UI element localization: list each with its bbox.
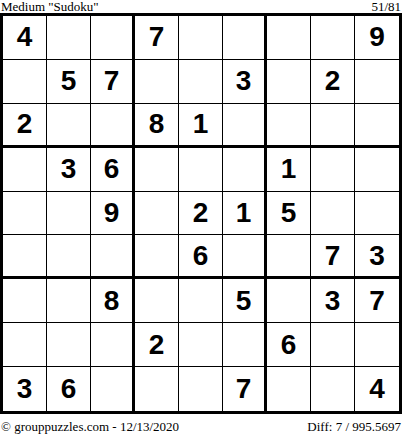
- cell-r9c6: 7: [223, 367, 267, 411]
- cell-r6c3[interactable]: [91, 235, 135, 279]
- cell-r8c9[interactable]: [355, 323, 399, 367]
- cell-r9c1: 3: [3, 367, 47, 411]
- cell-r7c2[interactable]: [47, 279, 91, 323]
- cell-r3c8[interactable]: [311, 104, 355, 148]
- cell-r2c7[interactable]: [267, 60, 311, 104]
- copyright-text: © grouppuzzles.com - 12/13/2020: [1, 419, 179, 434]
- sudoku-grid: 479573228136192156738537263674: [0, 13, 402, 414]
- cell-r2c8: 2: [311, 60, 355, 104]
- cell-r4c2: 3: [47, 148, 91, 192]
- cell-r4c8[interactable]: [311, 148, 355, 192]
- cell-r7c5[interactable]: [179, 279, 223, 323]
- page-footer: © grouppuzzles.com - 12/13/2020 Diff: 7 …: [1, 418, 401, 435]
- cell-r1c8[interactable]: [311, 16, 355, 60]
- cell-r8c8[interactable]: [311, 323, 355, 367]
- cell-r2c5[interactable]: [179, 60, 223, 104]
- cell-r3c5: 1: [179, 104, 223, 148]
- cell-r5c8[interactable]: [311, 192, 355, 236]
- cell-r4c5[interactable]: [179, 148, 223, 192]
- cell-r9c7[interactable]: [267, 367, 311, 411]
- cell-r3c3[interactable]: [91, 104, 135, 148]
- cell-r7c6: 5: [223, 279, 267, 323]
- cell-r5c9[interactable]: [355, 192, 399, 236]
- cell-r9c8[interactable]: [311, 367, 355, 411]
- cell-r2c4[interactable]: [135, 60, 179, 104]
- cell-r9c4[interactable]: [135, 367, 179, 411]
- cell-r9c2: 6: [47, 367, 91, 411]
- cell-r4c1[interactable]: [3, 148, 47, 192]
- cell-r2c3: 7: [91, 60, 135, 104]
- cell-r1c4: 7: [135, 16, 179, 60]
- cell-r5c3: 9: [91, 192, 135, 236]
- cell-r4c6[interactable]: [223, 148, 267, 192]
- cell-r2c6: 3: [223, 60, 267, 104]
- cell-r4c9[interactable]: [355, 148, 399, 192]
- cell-r7c3: 8: [91, 279, 135, 323]
- cell-r5c1[interactable]: [3, 192, 47, 236]
- cell-r6c8: 7: [311, 235, 355, 279]
- cell-r6c1[interactable]: [3, 235, 47, 279]
- cell-r8c2[interactable]: [47, 323, 91, 367]
- cell-r3c9[interactable]: [355, 104, 399, 148]
- cell-r1c9: 9: [355, 16, 399, 60]
- empty-cell-counter: 51/81: [371, 0, 401, 13]
- cell-r6c9: 3: [355, 235, 399, 279]
- cell-r8c6[interactable]: [223, 323, 267, 367]
- cell-r8c1[interactable]: [3, 323, 47, 367]
- cell-r6c6[interactable]: [223, 235, 267, 279]
- cell-r4c7: 1: [267, 148, 311, 192]
- cell-r3c6[interactable]: [223, 104, 267, 148]
- cell-r3c2[interactable]: [47, 104, 91, 148]
- cell-r8c3[interactable]: [91, 323, 135, 367]
- cell-r5c6: 1: [223, 192, 267, 236]
- cell-r9c3[interactable]: [91, 367, 135, 411]
- cell-r8c7: 6: [267, 323, 311, 367]
- puzzle-title: Medium "Sudoku": [1, 0, 99, 13]
- cell-r6c7[interactable]: [267, 235, 311, 279]
- cell-r7c7[interactable]: [267, 279, 311, 323]
- cell-r5c5: 2: [179, 192, 223, 236]
- cell-r7c9: 7: [355, 279, 399, 323]
- cell-r8c4: 2: [135, 323, 179, 367]
- cell-r1c7[interactable]: [267, 16, 311, 60]
- cell-r7c4[interactable]: [135, 279, 179, 323]
- cell-r4c3: 6: [91, 148, 135, 192]
- page-header: Medium "Sudoku" 51/81: [1, 0, 401, 13]
- cell-r2c2: 5: [47, 60, 91, 104]
- cell-r5c2[interactable]: [47, 192, 91, 236]
- cell-r4c4[interactable]: [135, 148, 179, 192]
- cell-r6c5: 6: [179, 235, 223, 279]
- cell-r7c8: 3: [311, 279, 355, 323]
- cell-r1c1: 4: [3, 16, 47, 60]
- sudoku-page: Medium "Sudoku" 51/81 479573228136192156…: [0, 0, 402, 437]
- difficulty-text: Diff: 7 / 995.5697: [307, 419, 401, 434]
- cell-r5c4[interactable]: [135, 192, 179, 236]
- cell-r2c1[interactable]: [3, 60, 47, 104]
- cell-r8c5[interactable]: [179, 323, 223, 367]
- cell-r7c1[interactable]: [3, 279, 47, 323]
- cell-r1c3[interactable]: [91, 16, 135, 60]
- cell-r3c7[interactable]: [267, 104, 311, 148]
- cell-r1c5[interactable]: [179, 16, 223, 60]
- cell-r9c5[interactable]: [179, 367, 223, 411]
- cell-r6c2[interactable]: [47, 235, 91, 279]
- cell-r5c7: 5: [267, 192, 311, 236]
- cell-r6c4[interactable]: [135, 235, 179, 279]
- cell-r3c1: 2: [3, 104, 47, 148]
- cell-r3c4: 8: [135, 104, 179, 148]
- cell-r2c9[interactable]: [355, 60, 399, 104]
- cell-r1c2[interactable]: [47, 16, 91, 60]
- cell-r9c9: 4: [355, 367, 399, 411]
- cell-r1c6[interactable]: [223, 16, 267, 60]
